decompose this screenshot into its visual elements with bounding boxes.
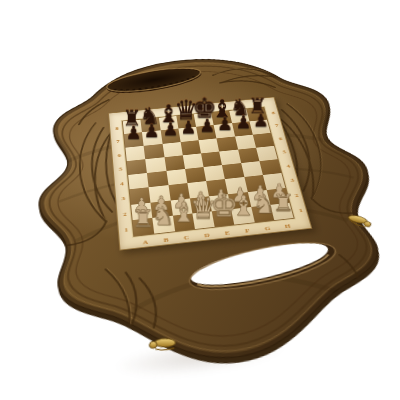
rank-label-right-7: 7 bbox=[275, 123, 280, 129]
rank-label-left-4: 4 bbox=[120, 181, 124, 187]
rank-label-left-5: 5 bbox=[119, 166, 123, 172]
file-label-bottom-g: G bbox=[264, 225, 271, 232]
file-label-bottom-a: A bbox=[142, 239, 148, 246]
file-label-bottom-c: C bbox=[183, 234, 189, 241]
piece-white-rook[interactable]: ♜ bbox=[128, 193, 157, 231]
file-label-bottom-f: F bbox=[245, 227, 251, 234]
file-label-bottom-d: D bbox=[204, 232, 210, 239]
rank-label-right-5: 5 bbox=[282, 149, 287, 155]
rank-label-right-6: 6 bbox=[278, 136, 283, 142]
rank-label-left-3: 3 bbox=[121, 195, 125, 202]
chess-case-scene: AA88BB77CC66DD55EE44FF33GG22HH11 ♜♞♝♛♚♝♞… bbox=[0, 41, 400, 400]
product-photo: AA88BB77CC66DD55EE44FF33GG22HH11 ♜♞♝♛♚♝♞… bbox=[0, 0, 400, 400]
file-label-bottom-b: B bbox=[163, 236, 169, 243]
file-label-bottom-e: E bbox=[224, 229, 230, 236]
file-label-bottom-h: H bbox=[284, 223, 291, 230]
piece-black-pawn[interactable]: ♟ bbox=[120, 108, 147, 142]
rank-label-left-6: 6 bbox=[117, 152, 121, 158]
rank-label-right-1: 1 bbox=[298, 207, 303, 214]
